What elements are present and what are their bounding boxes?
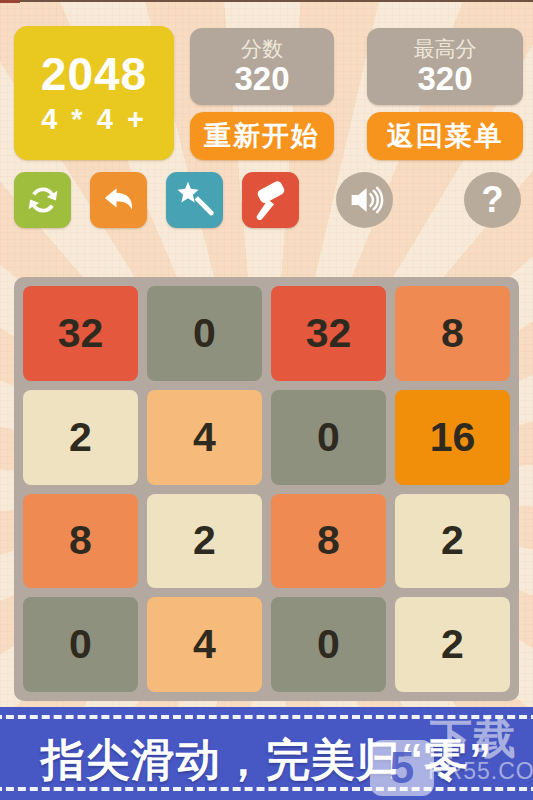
tile-r2c1: 2: [147, 494, 262, 589]
tile-r3c2: 0: [271, 597, 386, 692]
tile-r1c2: 0: [271, 390, 386, 485]
game-screen: 2048 4 * 4 + 分数 320 最高分 320 重新开始 返回菜单: [0, 0, 533, 800]
logo-card: 2048 4 * 4 +: [14, 26, 174, 160]
top-edge-red-segment: [0, 0, 20, 3]
tile-r0c3: 8: [395, 286, 510, 381]
tile-r3c0: 0: [23, 597, 138, 692]
question-mark-icon: ?: [482, 179, 504, 221]
game-title: 2048: [41, 50, 147, 98]
speaker-icon: [345, 180, 385, 220]
tile-r0c1: 0: [147, 286, 262, 381]
watermark-label: 下载: [430, 718, 518, 760]
watermark-site: RR55.COM: [428, 758, 533, 785]
score-label: 分数: [241, 36, 283, 61]
restart-button[interactable]: 重新开始: [190, 112, 334, 160]
refresh-icon: [23, 180, 63, 220]
help-button[interactable]: ?: [464, 172, 521, 228]
top-edge-line: [0, 0, 533, 2]
tile-r0c2: 32: [271, 286, 386, 381]
tile-r2c2: 8: [271, 494, 386, 589]
magic-wand-icon: [174, 179, 216, 221]
refresh-button[interactable]: [14, 172, 71, 228]
hammer-button[interactable]: [242, 172, 299, 228]
tile-r1c0: 2: [23, 390, 138, 485]
score-box: 分数 320: [190, 28, 334, 105]
undo-icon: [99, 180, 139, 220]
tile-r3c3: 2: [395, 597, 510, 692]
score-value: 320: [234, 61, 289, 97]
undo-button[interactable]: [90, 172, 147, 228]
sound-button[interactable]: [336, 172, 393, 228]
tile-r1c1: 4: [147, 390, 262, 485]
magic-wand-button[interactable]: [166, 172, 223, 228]
board[interactable]: 3203282401682820402: [14, 277, 519, 701]
tile-r2c0: 8: [23, 494, 138, 589]
tile-r1c3: 16: [395, 390, 510, 485]
best-score-box: 最高分 320: [367, 28, 523, 105]
best-score-value: 320: [417, 61, 472, 97]
best-score-label: 最高分: [414, 36, 477, 61]
hammer-icon: [250, 179, 292, 221]
watermark-logo: 5: [370, 740, 434, 796]
back-to-menu-button[interactable]: 返回菜单: [367, 112, 523, 160]
game-subtitle: 4 * 4 +: [41, 103, 147, 136]
tile-r2c3: 2: [395, 494, 510, 589]
tile-r0c0: 32: [23, 286, 138, 381]
tile-r3c1: 4: [147, 597, 262, 692]
